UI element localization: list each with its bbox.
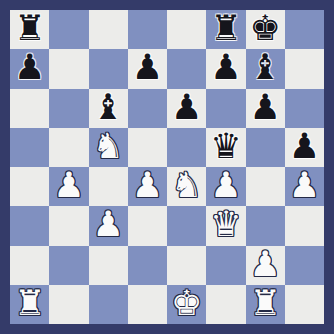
square-b7[interactable] [49, 49, 88, 88]
square-d2[interactable] [128, 246, 167, 285]
square-h8[interactable] [285, 10, 324, 49]
square-f1[interactable] [206, 285, 245, 324]
piece-white-rook: ♜ [14, 285, 45, 323]
square-e5[interactable] [167, 128, 206, 167]
piece-white-king: ♚ [171, 285, 202, 323]
piece-black-pawn: ♟ [289, 128, 320, 166]
square-e4[interactable]: ♞ [167, 167, 206, 206]
square-f4[interactable]: ♟ [206, 167, 245, 206]
square-c3[interactable]: ♟ [89, 206, 128, 245]
square-g3[interactable] [246, 206, 285, 245]
square-b5[interactable] [49, 128, 88, 167]
piece-white-rook: ♜ [249, 285, 280, 323]
square-a4[interactable] [10, 167, 49, 206]
square-c5[interactable]: ♞ [89, 128, 128, 167]
chess-board-frame: ♜♜♚♟♟♟♝♝♟♟♞♛♟♟♟♞♟♟♟♛♟♜♚♜ [0, 0, 334, 334]
square-f7[interactable]: ♟ [206, 49, 245, 88]
piece-white-pawn: ♟ [249, 246, 280, 284]
square-g7[interactable]: ♝ [246, 49, 285, 88]
square-d1[interactable] [128, 285, 167, 324]
square-f8[interactable]: ♜ [206, 10, 245, 49]
piece-black-pawn: ♟ [249, 89, 280, 127]
square-c1[interactable] [89, 285, 128, 324]
square-g2[interactable]: ♟ [246, 246, 285, 285]
piece-white-pawn: ♟ [289, 167, 320, 205]
square-c4[interactable] [89, 167, 128, 206]
piece-white-pawn: ♟ [210, 167, 241, 205]
square-e3[interactable] [167, 206, 206, 245]
square-f3[interactable]: ♛ [206, 206, 245, 245]
piece-black-bishop: ♝ [249, 49, 280, 87]
piece-black-pawn: ♟ [210, 49, 241, 87]
square-d4[interactable]: ♟ [128, 167, 167, 206]
square-a3[interactable] [10, 206, 49, 245]
square-b1[interactable] [49, 285, 88, 324]
square-b2[interactable] [49, 246, 88, 285]
chess-board: ♜♜♚♟♟♟♝♝♟♟♞♛♟♟♟♞♟♟♟♛♟♜♚♜ [10, 10, 324, 324]
square-e2[interactable] [167, 246, 206, 285]
square-h6[interactable] [285, 89, 324, 128]
piece-black-rook: ♜ [210, 10, 241, 48]
square-d5[interactable] [128, 128, 167, 167]
square-c6[interactable]: ♝ [89, 89, 128, 128]
square-h2[interactable] [285, 246, 324, 285]
square-b6[interactable] [49, 89, 88, 128]
piece-black-pawn: ♟ [171, 89, 202, 127]
square-e7[interactable] [167, 49, 206, 88]
square-b4[interactable]: ♟ [49, 167, 88, 206]
piece-black-pawn: ♟ [132, 49, 163, 87]
square-h4[interactable]: ♟ [285, 167, 324, 206]
square-d7[interactable]: ♟ [128, 49, 167, 88]
square-a2[interactable] [10, 246, 49, 285]
square-a8[interactable]: ♜ [10, 10, 49, 49]
square-d8[interactable] [128, 10, 167, 49]
piece-black-king: ♚ [249, 10, 280, 48]
square-g1[interactable]: ♜ [246, 285, 285, 324]
square-a7[interactable]: ♟ [10, 49, 49, 88]
square-c8[interactable] [89, 10, 128, 49]
square-d6[interactable] [128, 89, 167, 128]
square-f2[interactable] [206, 246, 245, 285]
square-e8[interactable] [167, 10, 206, 49]
square-h5[interactable]: ♟ [285, 128, 324, 167]
piece-white-queen: ♛ [210, 206, 241, 244]
piece-black-pawn: ♟ [14, 49, 45, 87]
square-c7[interactable] [89, 49, 128, 88]
piece-black-bishop: ♝ [92, 89, 123, 127]
piece-white-pawn: ♟ [53, 167, 84, 205]
piece-white-knight: ♞ [171, 167, 202, 205]
square-g6[interactable]: ♟ [246, 89, 285, 128]
square-a5[interactable] [10, 128, 49, 167]
square-b8[interactable] [49, 10, 88, 49]
piece-black-rook: ♜ [14, 10, 45, 48]
square-c2[interactable] [89, 246, 128, 285]
square-e1[interactable]: ♚ [167, 285, 206, 324]
square-g8[interactable]: ♚ [246, 10, 285, 49]
square-e6[interactable]: ♟ [167, 89, 206, 128]
piece-white-knight: ♞ [92, 128, 123, 166]
square-b3[interactable] [49, 206, 88, 245]
piece-white-pawn: ♟ [92, 206, 123, 244]
square-h7[interactable] [285, 49, 324, 88]
square-d3[interactable] [128, 206, 167, 245]
square-g5[interactable] [246, 128, 285, 167]
square-h1[interactable] [285, 285, 324, 324]
square-a1[interactable]: ♜ [10, 285, 49, 324]
square-f5[interactable]: ♛ [206, 128, 245, 167]
square-g4[interactable] [246, 167, 285, 206]
square-f6[interactable] [206, 89, 245, 128]
square-a6[interactable] [10, 89, 49, 128]
piece-white-pawn: ♟ [132, 167, 163, 205]
piece-black-queen: ♛ [210, 128, 241, 166]
square-h3[interactable] [285, 206, 324, 245]
